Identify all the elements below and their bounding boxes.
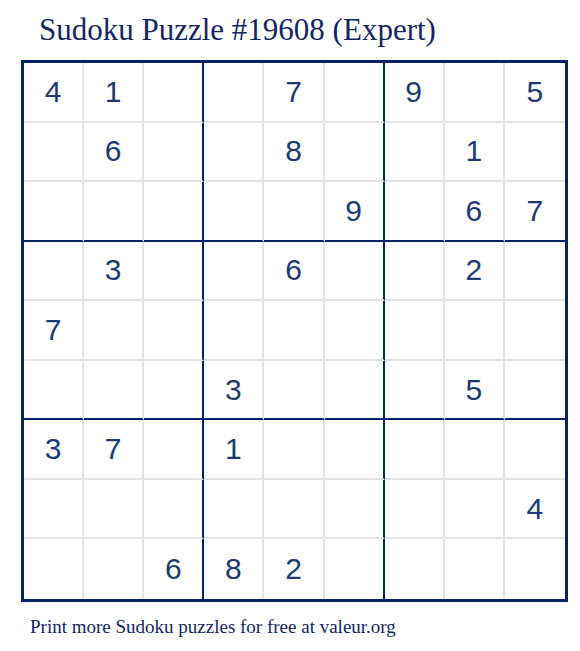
cell-r1c7[interactable]: 9 (385, 63, 445, 123)
cell-r8c9[interactable]: 4 (505, 480, 565, 540)
cell-r9c4[interactable]: 8 (204, 539, 264, 599)
cell-r1c3[interactable] (144, 63, 204, 123)
cell-r8c7[interactable] (385, 480, 445, 540)
cell-r6c8[interactable]: 5 (445, 361, 505, 421)
cell-r2c7[interactable] (385, 123, 445, 183)
cell-r9c9[interactable] (505, 539, 565, 599)
cell-r6c7[interactable] (385, 361, 445, 421)
cell-r1c8[interactable] (445, 63, 505, 123)
cell-r8c6[interactable] (325, 480, 385, 540)
cell-r4c9[interactable] (505, 242, 565, 302)
cell-r3c7[interactable] (385, 182, 445, 242)
cell-r5c9[interactable] (505, 301, 565, 361)
sudoku-page: Sudoku Puzzle #19608 (Expert) 4179568196… (0, 0, 580, 651)
cell-r8c2[interactable] (84, 480, 144, 540)
cell-r3c4[interactable] (204, 182, 264, 242)
cell-r1c6[interactable] (325, 63, 385, 123)
cell-r7c5[interactable] (264, 420, 324, 480)
cell-r9c2[interactable] (84, 539, 144, 599)
cell-r1c9[interactable]: 5 (505, 63, 565, 123)
cell-r4c3[interactable] (144, 242, 204, 302)
cell-r5c1[interactable]: 7 (24, 301, 84, 361)
cell-r6c6[interactable] (325, 361, 385, 421)
cell-r4c6[interactable] (325, 242, 385, 302)
cell-r8c3[interactable] (144, 480, 204, 540)
sudoku-board: 417956819673627353714682 (21, 60, 568, 602)
cell-r7c2[interactable]: 7 (84, 420, 144, 480)
cell-r2c6[interactable] (325, 123, 385, 183)
cell-r3c5[interactable] (264, 182, 324, 242)
cell-r9c7[interactable] (385, 539, 445, 599)
cell-r2c3[interactable] (144, 123, 204, 183)
cell-r9c5[interactable]: 2 (264, 539, 324, 599)
cell-r4c8[interactable]: 2 (445, 242, 505, 302)
cell-r2c9[interactable] (505, 123, 565, 183)
cell-r9c6[interactable] (325, 539, 385, 599)
cell-r1c5[interactable]: 7 (264, 63, 324, 123)
cell-r6c9[interactable] (505, 361, 565, 421)
cell-r7c3[interactable] (144, 420, 204, 480)
cell-r5c8[interactable] (445, 301, 505, 361)
cell-r6c2[interactable] (84, 361, 144, 421)
cell-r8c1[interactable] (24, 480, 84, 540)
cell-r3c8[interactable]: 6 (445, 182, 505, 242)
cell-r2c2[interactable]: 6 (84, 123, 144, 183)
cell-r9c8[interactable] (445, 539, 505, 599)
cell-r7c6[interactable] (325, 420, 385, 480)
cell-r4c5[interactable]: 6 (264, 242, 324, 302)
cell-r4c7[interactable] (385, 242, 445, 302)
cell-r3c6[interactable]: 9 (325, 182, 385, 242)
cell-r5c6[interactable] (325, 301, 385, 361)
cell-r7c4[interactable]: 1 (204, 420, 264, 480)
cell-r5c4[interactable] (204, 301, 264, 361)
cell-r7c7[interactable] (385, 420, 445, 480)
cell-r9c3[interactable]: 6 (144, 539, 204, 599)
cell-r6c1[interactable] (24, 361, 84, 421)
cell-r9c1[interactable] (24, 539, 84, 599)
cell-r6c4[interactable]: 3 (204, 361, 264, 421)
footer-text: Print more Sudoku puzzles for free at va… (30, 616, 396, 638)
cell-r2c5[interactable]: 8 (264, 123, 324, 183)
cell-r7c8[interactable] (445, 420, 505, 480)
cell-r7c9[interactable] (505, 420, 565, 480)
cell-r6c5[interactable] (264, 361, 324, 421)
cell-r8c5[interactable] (264, 480, 324, 540)
cell-r2c4[interactable] (204, 123, 264, 183)
cell-r4c2[interactable]: 3 (84, 242, 144, 302)
cell-r2c1[interactable] (24, 123, 84, 183)
cell-r5c7[interactable] (385, 301, 445, 361)
cell-r3c1[interactable] (24, 182, 84, 242)
cell-r6c3[interactable] (144, 361, 204, 421)
cell-r4c1[interactable] (24, 242, 84, 302)
cell-r2c8[interactable]: 1 (445, 123, 505, 183)
cell-r8c4[interactable] (204, 480, 264, 540)
cell-r1c2[interactable]: 1 (84, 63, 144, 123)
cell-r3c9[interactable]: 7 (505, 182, 565, 242)
page-title: Sudoku Puzzle #19608 (Expert) (39, 12, 436, 48)
cell-r1c1[interactable]: 4 (24, 63, 84, 123)
cell-r7c1[interactable]: 3 (24, 420, 84, 480)
cell-r5c5[interactable] (264, 301, 324, 361)
cell-r4c4[interactable] (204, 242, 264, 302)
cell-r8c8[interactable] (445, 480, 505, 540)
cell-r5c3[interactable] (144, 301, 204, 361)
cell-r3c3[interactable] (144, 182, 204, 242)
cell-r3c2[interactable] (84, 182, 144, 242)
cell-r1c4[interactable] (204, 63, 264, 123)
cell-r5c2[interactable] (84, 301, 144, 361)
